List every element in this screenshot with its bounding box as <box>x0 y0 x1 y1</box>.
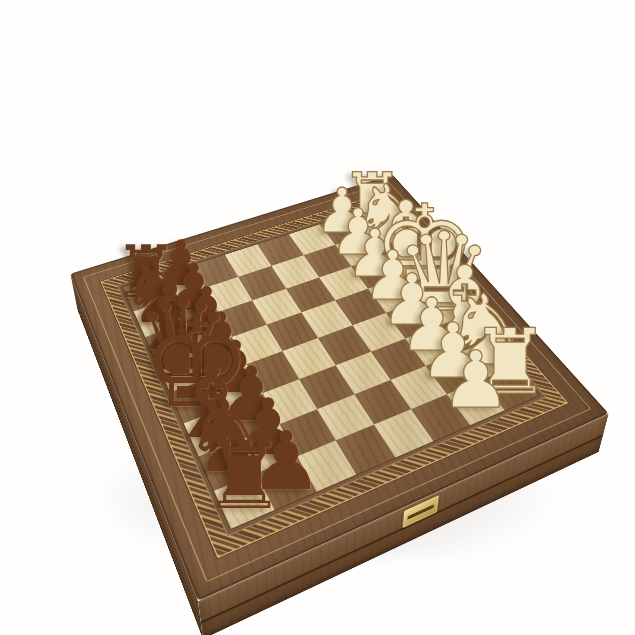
product-photo-stage: ♜♞♝♛♚♝♞♜♟♟♟♟♟♟♟♟♟♟♟♟♟♟♟♟♜♞♝♚♛♝♞♜ <box>0 0 635 635</box>
square-e8 <box>157 350 209 392</box>
square-d7 <box>209 364 262 408</box>
square-d5 <box>283 338 336 379</box>
perspective-scene <box>0 0 635 635</box>
chess-box <box>70 174 608 601</box>
square-e7 <box>195 337 246 378</box>
square-a4 <box>374 409 433 457</box>
square-a5 <box>336 425 395 475</box>
square-a2 <box>447 380 505 425</box>
